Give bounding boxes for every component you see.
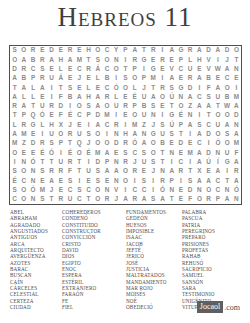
grid-cell: T — [149, 83, 158, 92]
grid-cell: R — [149, 46, 158, 55]
word-item: OBEDECIÓ — [126, 304, 167, 310]
grid-cell: S — [149, 158, 158, 167]
grid-cell: R — [112, 120, 121, 129]
grid-cell: A — [167, 74, 176, 83]
grid-cell: O — [19, 167, 28, 176]
grid-cell: U — [223, 148, 232, 157]
grid-cell: M — [10, 139, 19, 148]
grid-cell: Q — [75, 139, 84, 148]
grid-cell: M — [149, 74, 158, 83]
grid-cell: E — [65, 65, 74, 74]
grid-cell: Z — [186, 102, 195, 111]
grid-cell: T — [47, 195, 56, 204]
grid-cell: U — [213, 120, 222, 129]
grid-cell: T — [158, 148, 167, 157]
grid-cell: O — [93, 195, 102, 204]
grid-cell: A — [112, 167, 121, 176]
grid-cell: X — [56, 120, 65, 129]
grid-cell: N — [232, 120, 241, 129]
grid-cell: S — [139, 148, 148, 157]
grid-cell: N — [223, 185, 232, 194]
grid-cell: A — [195, 130, 204, 139]
grid-cell: A — [186, 120, 195, 129]
grid-cell: S — [10, 46, 19, 55]
grid-cell: E — [158, 102, 167, 111]
grid-cell: V — [112, 185, 121, 194]
grid-cell: D — [223, 46, 232, 55]
grid-cell: S — [186, 176, 195, 185]
grid-cell: I — [112, 74, 121, 83]
grid-cell: A — [232, 176, 241, 185]
grid-cell: S — [149, 102, 158, 111]
grid-cell: A — [204, 102, 213, 111]
grid-cell: I — [167, 158, 176, 167]
grid-cell: O — [93, 139, 102, 148]
grid-cell: N — [28, 195, 37, 204]
grid-cell: P — [167, 176, 176, 185]
grid-cell: H — [84, 92, 93, 101]
grid-cell: L — [10, 120, 19, 129]
grid-cell: P — [176, 120, 185, 129]
grid-cell: A — [93, 92, 102, 101]
grid-cell: A — [47, 55, 56, 64]
grid-cell: R — [130, 55, 139, 64]
grid-cell: I — [149, 185, 158, 194]
grid-cell: M — [232, 92, 241, 101]
grid-cell: S — [139, 176, 148, 185]
grid-cell: S — [38, 65, 47, 74]
grid-cell: O — [149, 148, 158, 157]
grid-cell: C — [102, 65, 111, 74]
grid-cell: V — [204, 55, 213, 64]
grid-cell: R — [56, 195, 65, 204]
grid-cell: P — [28, 74, 37, 83]
grid-cell: J — [65, 120, 74, 129]
grid-cell: H — [56, 55, 65, 64]
grid-cell: C — [19, 176, 28, 185]
grid-cell: S — [38, 167, 47, 176]
grid-cell: B — [19, 74, 28, 83]
grid-cell: O — [19, 185, 28, 194]
grid-cell: R — [121, 158, 130, 167]
grid-cell: E — [38, 92, 47, 101]
grid-cell: T — [38, 158, 47, 167]
grid-cell: R — [65, 158, 74, 167]
grid-cell: N — [112, 130, 121, 139]
grid-cell: E — [149, 55, 158, 64]
grid-cell: V — [204, 65, 213, 74]
grid-cell: S — [167, 83, 176, 92]
grid-cell: O — [223, 111, 232, 120]
grid-cell: A — [213, 46, 222, 55]
grid-cell: S — [84, 130, 93, 139]
grid-cell: C — [75, 111, 84, 120]
grid-cell: E — [93, 83, 102, 92]
grid-cell: M — [186, 148, 195, 157]
grid-cell: S — [47, 139, 56, 148]
word-list-column-3: FUNDAMENTOSGEDEÓNHUESOSIMPOSIBLEISAACJAC… — [126, 209, 167, 311]
grid-cell: M — [130, 120, 139, 129]
grid-cell: F — [186, 195, 195, 204]
grid-cell: P — [121, 46, 130, 55]
grid-cell: E — [167, 139, 176, 148]
grid-cell: U — [158, 130, 167, 139]
grid-cell: O — [176, 102, 185, 111]
grid-cell: B — [139, 102, 148, 111]
grid-cell: I — [213, 55, 222, 64]
grid-cell: R — [56, 167, 65, 176]
grid-cell: N — [232, 195, 241, 204]
grid-cell: A — [75, 92, 84, 101]
grid-cell: E — [56, 176, 65, 185]
grid-cell: I — [38, 130, 47, 139]
grid-cell: O — [75, 148, 84, 157]
grid-cell: I — [176, 176, 185, 185]
grid-cell: N — [112, 158, 121, 167]
grid-cell: C — [102, 83, 111, 92]
grid-cell: Á — [56, 74, 65, 83]
grid-cell: A — [19, 102, 28, 111]
grid-cell: O — [56, 130, 65, 139]
grid-cell: U — [65, 195, 74, 204]
grid-cell: E — [56, 46, 65, 55]
grid-cell: A — [10, 74, 19, 83]
grid-cell: R — [121, 139, 130, 148]
grid-cell: R — [158, 83, 167, 92]
grid-cell: R — [102, 195, 111, 204]
grid-cell: O — [93, 130, 102, 139]
grid-cell: N — [149, 111, 158, 120]
grid-cell: Ó — [112, 83, 121, 92]
grid-cell: D — [47, 46, 56, 55]
grid-cell: O — [130, 74, 139, 83]
grid-cell: B — [158, 139, 167, 148]
grid-cell: A — [38, 83, 47, 92]
grid-cell: S — [223, 130, 232, 139]
grid-cell: R — [47, 102, 56, 111]
word-list-column-2: COHEREDEROSCONDENÓCONSTITUIDOCONSTRUCTOR… — [62, 209, 101, 311]
grid-cell: A — [223, 65, 232, 74]
grid-cell: Á — [93, 65, 102, 74]
grid-cell: O — [19, 46, 28, 55]
grid-cell: I — [56, 148, 65, 157]
grid-cell: S — [84, 102, 93, 111]
grid-cell: A — [195, 158, 204, 167]
grid-cell: T — [186, 167, 195, 176]
grid-cell: O — [149, 139, 158, 148]
grid-cell: C — [213, 176, 222, 185]
grid-cell: T — [139, 46, 148, 55]
grid-cell: N — [19, 158, 28, 167]
grid-cell: E — [121, 92, 130, 101]
grid-cell: M — [232, 139, 241, 148]
grid-cell: G — [176, 83, 185, 92]
grid-cell: A — [167, 46, 176, 55]
grid-cell: C — [130, 148, 139, 157]
grid-cell: T — [84, 195, 93, 204]
grid-cell: A — [102, 167, 111, 176]
grid-cell: S — [93, 176, 102, 185]
grid-cell: N — [139, 130, 148, 139]
grid-cell: O — [213, 111, 222, 120]
grid-cell: A — [195, 148, 204, 157]
grid-cell: I — [121, 185, 130, 194]
grid-cell: A — [102, 148, 111, 157]
grid-cell: N — [167, 148, 176, 157]
grid-cell: C — [139, 185, 148, 194]
grid-cell: L — [84, 83, 93, 92]
grid-cell: O — [130, 111, 139, 120]
grid-cell: C — [102, 46, 111, 55]
grid-cell: T — [213, 102, 222, 111]
grid-cell: I — [130, 176, 139, 185]
grid-cell: R — [176, 167, 185, 176]
grid-cell: I — [47, 83, 56, 92]
grid-cell: A — [213, 83, 222, 92]
grid-cell: Z — [19, 139, 28, 148]
grid-cell: E — [38, 176, 47, 185]
watermark-tld: .com — [223, 303, 240, 312]
grid-cell: O — [102, 55, 111, 64]
grid-cell: D — [204, 46, 213, 55]
grid-cell: E — [38, 46, 47, 55]
grid-cell: M — [38, 185, 47, 194]
grid-cell: I — [139, 65, 148, 74]
grid-cell: Ó — [130, 139, 139, 148]
grid-cell: P — [213, 195, 222, 204]
grid-cell: N — [158, 167, 167, 176]
grid-cell: U — [84, 167, 93, 176]
grid-cell: M — [93, 148, 102, 157]
grid-cell: R — [186, 46, 195, 55]
grid-cell: S — [93, 55, 102, 64]
grid-cell: S — [10, 167, 19, 176]
grid-cell: P — [56, 139, 65, 148]
grid-cell: Ú — [204, 158, 213, 167]
grid-cell: T — [167, 102, 176, 111]
grid-cell: R — [130, 167, 139, 176]
grid-cell: R — [65, 130, 74, 139]
grid-cell: G — [28, 120, 37, 129]
grid-cell: T — [47, 158, 56, 167]
grid-cell: E — [84, 74, 93, 83]
grid-cell: L — [130, 83, 139, 92]
grid-cell: A — [232, 102, 241, 111]
grid-cell: S — [149, 195, 158, 204]
grid-cell: A — [10, 92, 19, 101]
grid-cell: R — [130, 195, 139, 204]
grid-cell: I — [121, 120, 130, 129]
grid-cell: E — [19, 148, 28, 157]
grid-cell: S — [38, 195, 47, 204]
grid-cell: O — [232, 46, 241, 55]
grid-cell: O — [10, 55, 19, 64]
grid-cell: A — [121, 195, 130, 204]
grid-cell: S — [10, 185, 19, 194]
grid-cell: O — [121, 176, 130, 185]
grid-cell: Q — [28, 111, 37, 120]
grid-cell: É — [10, 176, 19, 185]
grid-cell: I — [186, 130, 195, 139]
word-item: CONVICCIÓN — [62, 234, 101, 240]
grid-cell: D — [186, 83, 195, 92]
grid-cell: D — [28, 139, 37, 148]
grid-cell: D — [176, 139, 185, 148]
grid-cell: Ó — [28, 158, 37, 167]
grid-cell: T — [10, 111, 19, 120]
grid-cell: T — [28, 102, 37, 111]
grid-cell: I — [102, 130, 111, 139]
grid-cell: O — [204, 185, 213, 194]
grid-cell: Ó — [158, 185, 167, 194]
puzzle-page: Hebreos 11 SOREDEREHOCYPATRIAGRADADOOABR… — [0, 0, 250, 323]
grid-cell: O — [213, 130, 222, 139]
grid-cell: X — [195, 167, 204, 176]
grid-cell: R — [158, 176, 167, 185]
grid-cell: S — [65, 83, 74, 92]
grid-cell: É — [130, 92, 139, 101]
grid-cell: L — [56, 65, 65, 74]
grid-cell: F — [232, 148, 241, 157]
grid-cell: F — [204, 83, 213, 92]
grid-cell: N — [232, 65, 241, 74]
grid-cell: O — [75, 102, 84, 111]
grid-cell: I — [195, 111, 204, 120]
grid-cell: B — [204, 74, 213, 83]
grid-cell: Ó — [47, 148, 56, 157]
grid-cell: J — [223, 55, 232, 64]
grid-cell: A — [213, 167, 222, 176]
grid-cell: I — [204, 139, 213, 148]
grid-cell: A — [19, 55, 28, 64]
grid-cell: Z — [139, 120, 148, 129]
grid-cell: D — [204, 130, 213, 139]
grid-cell: E — [176, 185, 185, 194]
puzzle-title: Hebreos 11 — [0, 2, 250, 33]
grid-cell: A — [139, 195, 148, 204]
word-item: FIEL — [62, 304, 101, 310]
grid-cell: E — [28, 148, 37, 157]
grid-cell: G — [167, 111, 176, 120]
grid-cell: C — [223, 74, 232, 83]
grid-cell: J — [139, 83, 148, 92]
grid-cell: U — [139, 158, 148, 167]
grid-cell: E — [75, 120, 84, 129]
grid-cell: D — [56, 102, 65, 111]
word-list-column-1: ABELABRAHAMAGRADADOANGUSTIADOSANTIGUOSAR… — [10, 209, 48, 311]
grid-cell: E — [158, 65, 167, 74]
watermark-site-name: Jocaol — [197, 301, 223, 313]
grid-cell: R — [19, 65, 28, 74]
grid-cell: A — [130, 130, 139, 139]
grid-cell: O — [10, 148, 19, 157]
grid-cell: A — [19, 83, 28, 92]
grid-cell: J — [149, 167, 158, 176]
grid-cell: R — [38, 55, 47, 64]
grid-cell: A — [93, 120, 102, 129]
grid-cell: P — [19, 111, 28, 120]
grid-cell: A — [232, 158, 241, 167]
word-item: CIUDAD — [10, 304, 48, 310]
grid-cell: R — [38, 74, 47, 83]
grid-cell: A — [149, 92, 158, 101]
grid-cell: A — [232, 130, 241, 139]
grid-cell: S — [158, 120, 167, 129]
grid-cell: R — [28, 46, 37, 55]
grid-cell: L — [186, 55, 195, 64]
grid-cell: D — [232, 111, 241, 120]
grid-cell: T — [223, 176, 232, 185]
grid-cell: J — [75, 74, 84, 83]
grid-cell: B — [28, 55, 37, 64]
grid-cell: U — [47, 130, 56, 139]
grid-cell: M — [102, 111, 111, 120]
grid-cell: U — [139, 92, 148, 101]
grid-cell: R — [232, 167, 241, 176]
grid-cell: U — [112, 102, 121, 111]
grid-cell: E — [195, 65, 204, 74]
grid-cell: R — [65, 46, 74, 55]
grid-cell: I — [195, 83, 204, 92]
grid-cell: T — [56, 83, 65, 92]
grid-cell: J — [112, 195, 121, 204]
grid-cell: G — [149, 130, 158, 139]
grid-cell: E — [213, 74, 222, 83]
grid-cell: S — [93, 167, 102, 176]
wordsearch-grid: SOREDEREHOCYPATRIAGRADADOOABRAHAMTSONIRG… — [9, 45, 242, 205]
grid-cell: F — [56, 92, 65, 101]
grid-cell: I — [149, 176, 158, 185]
grid-cell: Y — [112, 46, 121, 55]
word-item: TESTIMONIO — [182, 291, 215, 297]
grid-cell: T — [158, 158, 167, 167]
grid-cell: G — [223, 158, 232, 167]
grid-cell: E — [139, 167, 148, 176]
grid-cell: C — [75, 65, 84, 74]
grid-cell: Ó — [38, 111, 47, 120]
grid-cell: A — [204, 176, 213, 185]
grid-cell: I — [47, 92, 56, 101]
grid-cell: R — [102, 92, 111, 101]
grid-cell: A — [195, 176, 204, 185]
grid-cell: I — [65, 102, 74, 111]
grid-cell: Ó — [232, 185, 241, 194]
grid-cell: A — [10, 130, 19, 139]
grid-cell: A — [195, 46, 204, 55]
grid-cell: G — [149, 65, 158, 74]
grid-cell: E — [102, 176, 111, 185]
grid-cell: L — [93, 74, 102, 83]
grid-cell: O — [223, 139, 232, 148]
watermark-logo: Jocaol.com — [197, 301, 240, 313]
grid-cell: É — [84, 148, 93, 157]
grid-cell: L — [28, 83, 37, 92]
grid-cell: E — [84, 176, 93, 185]
grid-cell: T — [176, 130, 185, 139]
grid-cell: H — [195, 55, 204, 64]
grid-cell: D — [186, 185, 195, 194]
grid-cell: P — [130, 65, 139, 74]
grid-cell: I — [10, 158, 19, 167]
grid-cell: C — [10, 195, 19, 204]
grid-cell: B — [102, 74, 111, 83]
grid-cell: É — [65, 111, 74, 120]
grid-cell: N — [28, 167, 37, 176]
word-list-column-4: PALABRAPASCUAPATRIAPEREGRINOSPREPARÓPRIS… — [182, 209, 215, 311]
grid-cell: C — [176, 158, 185, 167]
grid-cell: T — [65, 139, 74, 148]
grid-cell: N — [176, 92, 185, 101]
